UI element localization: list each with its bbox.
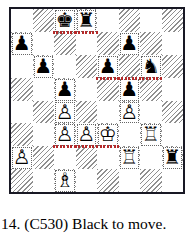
square-c3: ♙: [54, 123, 76, 146]
black-rook-h2: ♜: [162, 146, 184, 169]
white-pawn-d3: ♙: [76, 123, 98, 146]
square-d7: [76, 32, 98, 55]
square-c1: ♗: [54, 169, 76, 192]
white-pawn-c3: ♙: [54, 123, 76, 146]
red-squiggle-mark: [75, 145, 99, 148]
black-pawn-b6: ♟: [33, 55, 55, 78]
square-e4: [97, 101, 119, 124]
square-d2: [76, 146, 98, 169]
square-d8: ♜: [76, 9, 98, 32]
diagram-caption: 14. (C530) Black to move.: [1, 215, 166, 233]
square-d3: ♙: [76, 123, 98, 146]
square-g1: [140, 169, 162, 192]
square-f3: [119, 123, 141, 146]
square-e8: [97, 9, 119, 32]
square-h6: [162, 55, 184, 78]
red-squiggle-mark: [53, 31, 77, 34]
white-pawn-f4: ♙: [119, 101, 141, 124]
square-a5: [11, 78, 33, 101]
square-a2: ♙: [11, 146, 33, 169]
square-h2: ♜: [162, 146, 184, 169]
square-c2: [54, 146, 76, 169]
square-b7: [33, 32, 55, 55]
square-b6: ♟: [33, 55, 55, 78]
black-pawn-e6: ♟: [97, 55, 119, 78]
square-g4: [140, 101, 162, 124]
black-pawn-a7: ♟: [11, 32, 33, 55]
square-g6: ♞: [140, 55, 162, 78]
square-e7: [97, 32, 119, 55]
square-a3: [11, 123, 33, 146]
black-knight-g6: ♞: [140, 55, 162, 78]
square-f4: ♙: [119, 101, 141, 124]
square-a8: [11, 9, 33, 32]
square-e6: ♟: [97, 55, 119, 78]
square-f6: [119, 55, 141, 78]
red-squiggle-mark: [75, 31, 99, 34]
red-squiggle-mark: [53, 145, 77, 148]
square-b8: [33, 9, 55, 32]
white-rook-f2: ♖: [119, 146, 141, 169]
black-pawn-c5: ♟: [54, 78, 76, 101]
square-g7: [140, 32, 162, 55]
square-e1: [97, 169, 119, 192]
black-pawn-f7: ♟: [119, 32, 141, 55]
white-pawn-a2: ♙: [11, 146, 33, 169]
white-rook-g3: ♖: [140, 123, 162, 146]
square-h4: [162, 101, 184, 124]
square-d6: [76, 55, 98, 78]
white-bishop-c1: ♗: [54, 169, 76, 192]
square-e3: ♔: [97, 123, 119, 146]
white-king-e3: ♔: [97, 123, 119, 146]
square-g8: [140, 9, 162, 32]
square-a6: [11, 55, 33, 78]
square-e2: [97, 146, 119, 169]
red-squiggle-mark: [96, 77, 120, 80]
square-c6: [54, 55, 76, 78]
square-c5: ♟: [54, 78, 76, 101]
square-f2: ♖: [119, 146, 141, 169]
black-pawn-f5: ♟: [119, 78, 141, 101]
red-squiggle-mark: [118, 77, 142, 80]
square-b2: [33, 146, 55, 169]
square-h3: [162, 123, 184, 146]
square-b5: [33, 78, 55, 101]
square-f1: [119, 169, 141, 192]
square-f7: ♟: [119, 32, 141, 55]
square-c8: ♚: [54, 9, 76, 32]
square-f8: [119, 9, 141, 32]
square-e5: [97, 78, 119, 101]
square-f5: ♟: [119, 78, 141, 101]
square-a1: [11, 169, 33, 192]
square-c4: ♙: [54, 101, 76, 124]
chess-board: ♚♜♟♟♟♟♞♟♟♙♙♙♙♔♖♙♖♜♗: [9, 7, 185, 194]
square-d4: [76, 101, 98, 124]
square-b1: [33, 169, 55, 192]
square-d5: [76, 78, 98, 101]
red-squiggle-mark: [96, 145, 120, 148]
square-h5: [162, 78, 184, 101]
square-g3: ♖: [140, 123, 162, 146]
square-g5: [140, 78, 162, 101]
square-c7: [54, 32, 76, 55]
white-pawn-c4: ♙: [54, 101, 76, 124]
square-h1: [162, 169, 184, 192]
square-h8: [162, 9, 184, 32]
square-a7: ♟: [11, 32, 33, 55]
black-rook-d8: ♜: [76, 9, 98, 32]
square-g2: [140, 146, 162, 169]
square-d1: [76, 169, 98, 192]
square-b4: [33, 101, 55, 124]
square-b3: [33, 123, 55, 146]
square-h7: [162, 32, 184, 55]
square-a4: [11, 101, 33, 124]
red-squiggle-mark: [139, 77, 163, 80]
black-king-c8: ♚: [54, 9, 76, 32]
